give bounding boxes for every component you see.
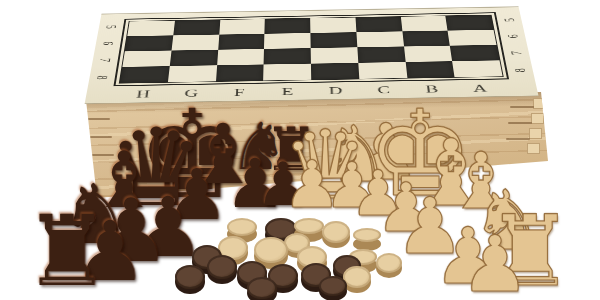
square-h6 [125,35,173,51]
square-f5 [219,19,265,34]
dark-rook-piece: ♜ [22,213,112,291]
square-b6 [402,31,450,47]
checker-disc-dark [319,276,347,296]
square-f7 [217,49,265,65]
square-a7 [450,45,499,61]
checker-disc-light [227,218,257,236]
checker-disc-light [376,253,402,273]
square-e8 [263,64,311,81]
square-c6 [356,31,403,47]
finger-joint-tab [527,143,540,154]
square-d8 [311,63,359,80]
square-c8 [358,62,407,79]
checker-disc-light [322,221,350,243]
finger-joint-seam [88,118,110,120]
board-border-inner-line [119,15,504,84]
finger-joint-seam [508,122,532,124]
board-border-outer-line [113,12,509,86]
finger-joint-tab [533,98,546,109]
file-label-e: E [263,85,311,98]
checker-disc-dark [207,255,237,279]
square-h8 [120,66,170,83]
square-f8 [216,64,264,81]
square-f6 [218,34,265,50]
square-c5 [355,17,402,32]
square-c7 [357,46,405,62]
square-b5 [400,16,447,31]
finger-joint-tab [531,113,544,124]
square-e6 [264,33,310,49]
finger-joint-tab [529,128,542,139]
square-h5 [127,21,174,37]
square-a6 [448,30,497,46]
checker-disc-light [254,237,288,263]
square-h7 [122,51,171,67]
square-g6 [171,35,219,51]
checker-disc-light [353,228,381,242]
light-pawn-piece: ♟ [459,234,530,296]
chess-board-grid [120,15,503,83]
square-b8 [405,61,455,78]
square-g8 [168,65,217,82]
file-label-d: D [311,85,360,98]
checker-disc-light [343,266,371,288]
square-b7 [404,46,453,62]
checker-disc-dark [175,265,205,289]
square-g7 [170,50,218,66]
product-photo-scene: 5678 5678 HGFEDCBA ♜♞♚♝♛♝♞♟♟♟♟♟♟♜♟♞♛♟♟♚♝… [0,0,600,300]
square-d6 [310,32,357,48]
square-d5 [310,18,356,33]
square-a5 [446,15,494,30]
square-a8 [452,60,502,77]
checker-disc-light [294,218,324,234]
square-e5 [265,18,311,33]
finger-joint-seam [510,106,534,108]
square-e7 [264,48,311,64]
square-g5 [173,20,220,36]
checker-disc-dark [247,277,277,299]
square-d7 [311,47,358,63]
